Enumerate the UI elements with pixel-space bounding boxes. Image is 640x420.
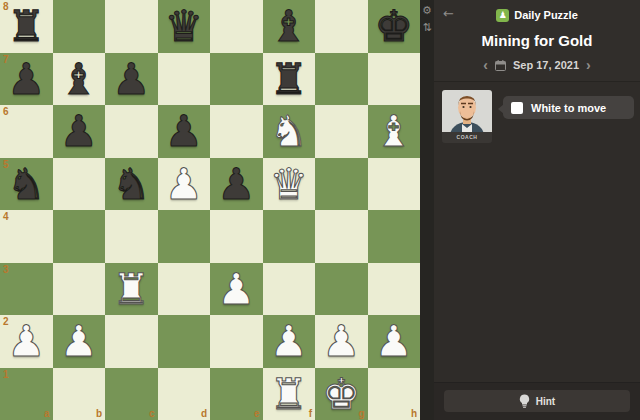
file-label-c: c xyxy=(149,408,155,419)
square-e8[interactable] xyxy=(210,0,263,53)
square-b3[interactable] xyxy=(53,263,106,316)
piece-black-king[interactable]: ♚ xyxy=(368,0,421,53)
square-e1[interactable]: e xyxy=(210,368,263,420)
app-window: 8♜♛♝♚7♟♝♟♜6♟♟♞♝5♞♞♟♟♛43♜♟2♟♟♟♟♟1abcdef♜g… xyxy=(0,0,640,420)
square-f7[interactable]: ♜ xyxy=(263,53,316,106)
square-h4[interactable] xyxy=(368,210,421,263)
coach-avatar: COACH xyxy=(442,90,492,143)
square-e7[interactable] xyxy=(210,53,263,106)
piece-black-pawn[interactable]: ♟ xyxy=(0,53,53,106)
square-c6[interactable] xyxy=(105,105,158,158)
square-b7[interactable]: ♝ xyxy=(53,53,106,106)
board-toolbar: ⚙ ⇅ xyxy=(420,0,434,420)
square-d3[interactable] xyxy=(158,263,211,316)
square-c3[interactable]: ♜ xyxy=(105,263,158,316)
piece-white-rook[interactable]: ♜ xyxy=(105,263,158,316)
square-b6[interactable]: ♟ xyxy=(53,105,106,158)
puzzle-panel: ← ♟ Daily Puzzle Mining for Gold ‹ Sep 1… xyxy=(434,0,640,420)
square-h7[interactable] xyxy=(368,53,421,106)
square-b5[interactable] xyxy=(53,158,106,211)
piece-white-pawn[interactable]: ♟ xyxy=(158,158,211,211)
flip-board-icon[interactable]: ⇅ xyxy=(422,22,431,34)
square-d2[interactable] xyxy=(158,315,211,368)
square-d4[interactable] xyxy=(158,210,211,263)
square-e2[interactable] xyxy=(210,315,263,368)
square-b2[interactable]: ♟ xyxy=(53,315,106,368)
square-f3[interactable] xyxy=(263,263,316,316)
panel-body: COACH White to move xyxy=(434,82,640,382)
piece-white-knight[interactable]: ♞ xyxy=(263,105,316,158)
square-c5[interactable]: ♞ xyxy=(105,158,158,211)
piece-black-rook[interactable]: ♜ xyxy=(0,0,53,53)
rank-label-4: 4 xyxy=(3,211,9,222)
square-a8[interactable]: 8♜ xyxy=(0,0,53,53)
coach-label: COACH xyxy=(442,132,492,143)
square-f1[interactable]: f♜ xyxy=(263,368,316,420)
piece-black-knight[interactable]: ♞ xyxy=(0,158,53,211)
rank-label-1: 1 xyxy=(3,369,9,380)
square-a5[interactable]: 5♞ xyxy=(0,158,53,211)
puzzle-date: Sep 17, 2021 xyxy=(513,59,579,71)
piece-black-pawn[interactable]: ♟ xyxy=(158,105,211,158)
piece-black-bishop[interactable]: ♝ xyxy=(53,53,106,106)
square-a6[interactable]: 6 xyxy=(0,105,53,158)
daily-puzzle-row: ♟ Daily Puzzle xyxy=(442,7,632,23)
piece-white-pawn[interactable]: ♟ xyxy=(53,315,106,368)
piece-white-bishop[interactable]: ♝ xyxy=(368,105,421,158)
square-g8[interactable] xyxy=(315,0,368,53)
square-f5[interactable]: ♛ xyxy=(263,158,316,211)
square-c7[interactable]: ♟ xyxy=(105,53,158,106)
square-f4[interactable] xyxy=(263,210,316,263)
square-h2[interactable]: ♟ xyxy=(368,315,421,368)
square-h6[interactable]: ♝ xyxy=(368,105,421,158)
calendar-icon xyxy=(495,60,506,71)
square-c8[interactable] xyxy=(105,0,158,53)
piece-black-bishop[interactable]: ♝ xyxy=(263,0,316,53)
square-c2[interactable] xyxy=(105,315,158,368)
square-e6[interactable] xyxy=(210,105,263,158)
square-e3[interactable]: ♟ xyxy=(210,263,263,316)
panel-footer: Hint xyxy=(434,382,640,420)
square-a4[interactable]: 4 xyxy=(0,210,53,263)
coach-row: COACH White to move xyxy=(442,90,634,143)
next-day-button[interactable]: › xyxy=(586,59,591,71)
date-navigation: ‹ Sep 17, 2021 › xyxy=(442,58,632,72)
piece-white-pawn[interactable]: ♟ xyxy=(263,315,316,368)
square-g4[interactable] xyxy=(315,210,368,263)
settings-icon[interactable]: ⚙ xyxy=(422,5,432,17)
square-g1[interactable]: g♚ xyxy=(315,368,368,420)
square-d1[interactable]: d xyxy=(158,368,211,420)
file-label-e: e xyxy=(254,408,260,419)
square-a3[interactable]: 3 xyxy=(0,263,53,316)
back-arrow-icon[interactable]: ← xyxy=(443,6,454,21)
square-d7[interactable] xyxy=(158,53,211,106)
square-c4[interactable] xyxy=(105,210,158,263)
square-f6[interactable]: ♞ xyxy=(263,105,316,158)
hint-label: Hint xyxy=(536,396,555,407)
square-e5[interactable]: ♟ xyxy=(210,158,263,211)
piece-black-pawn[interactable]: ♟ xyxy=(53,105,106,158)
piece-white-king[interactable]: ♚ xyxy=(315,368,368,420)
square-a1[interactable]: 1a xyxy=(0,368,53,420)
square-d8[interactable]: ♛ xyxy=(158,0,211,53)
piece-black-queen[interactable]: ♛ xyxy=(158,0,211,53)
square-d6[interactable]: ♟ xyxy=(158,105,211,158)
panel-title: Daily Puzzle xyxy=(514,9,578,21)
move-indicator-bubble: White to move xyxy=(503,96,634,119)
square-a7[interactable]: 7♟ xyxy=(0,53,53,106)
square-b8[interactable] xyxy=(53,0,106,53)
square-a2[interactable]: 2♟ xyxy=(0,315,53,368)
lightbulb-icon xyxy=(519,394,530,408)
piece-black-pawn[interactable]: ♟ xyxy=(210,158,263,211)
coach-avatar-image xyxy=(442,90,492,132)
square-b4[interactable] xyxy=(53,210,106,263)
piece-white-pawn[interactable]: ♟ xyxy=(0,315,53,368)
hint-button[interactable]: Hint xyxy=(444,390,630,412)
rank-label-3: 3 xyxy=(3,264,9,275)
chess-board: 8♜♛♝♚7♟♝♟♜6♟♟♞♝5♞♞♟♟♛43♜♟2♟♟♟♟♟1abcdef♜g… xyxy=(0,0,420,420)
square-h1[interactable]: h xyxy=(368,368,421,420)
piece-white-pawn[interactable]: ♟ xyxy=(368,315,421,368)
square-d5[interactable]: ♟ xyxy=(158,158,211,211)
piece-white-pawn[interactable]: ♟ xyxy=(210,263,263,316)
square-g6[interactable] xyxy=(315,105,368,158)
piece-white-pawn[interactable]: ♟ xyxy=(315,315,368,368)
square-f2[interactable]: ♟ xyxy=(263,315,316,368)
piece-white-rook[interactable]: ♜ xyxy=(263,368,316,420)
square-g3[interactable] xyxy=(315,263,368,316)
square-f8[interactable]: ♝ xyxy=(263,0,316,53)
square-g2[interactable]: ♟ xyxy=(315,315,368,368)
file-label-d: d xyxy=(201,408,207,419)
prev-day-button[interactable]: ‹ xyxy=(483,59,488,71)
square-h5[interactable] xyxy=(368,158,421,211)
piece-black-knight[interactable]: ♞ xyxy=(105,158,158,211)
file-label-h: h xyxy=(411,408,417,419)
rank-label-6: 6 xyxy=(3,106,9,117)
square-h8[interactable]: ♚ xyxy=(368,0,421,53)
panel-header: ← ♟ Daily Puzzle Mining for Gold ‹ Sep 1… xyxy=(434,0,640,82)
square-g7[interactable] xyxy=(315,53,368,106)
puzzle-title: Mining for Gold xyxy=(442,32,632,49)
move-indicator-text: White to move xyxy=(531,102,606,114)
file-label-b: b xyxy=(96,408,102,419)
piece-black-rook[interactable]: ♜ xyxy=(263,53,316,106)
square-c1[interactable]: c xyxy=(105,368,158,420)
square-e4[interactable] xyxy=(210,210,263,263)
square-h3[interactable] xyxy=(368,263,421,316)
square-g5[interactable] xyxy=(315,158,368,211)
daily-puzzle-icon: ♟ xyxy=(496,9,509,22)
file-label-a: a xyxy=(44,408,50,419)
piece-black-pawn[interactable]: ♟ xyxy=(105,53,158,106)
piece-white-queen[interactable]: ♛ xyxy=(263,158,316,211)
white-to-move-icon xyxy=(511,102,523,114)
square-b1[interactable]: b xyxy=(53,368,106,420)
